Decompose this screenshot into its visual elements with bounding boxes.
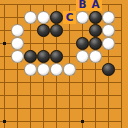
grid-line-vertical [4,4,5,128]
white-stone [11,50,24,63]
black-stone [50,11,63,24]
black-stone [50,24,63,37]
grid-line-vertical [121,4,122,128]
white-stone [50,63,63,76]
black-stone [76,37,89,50]
black-stone [24,50,37,63]
white-stone [37,63,50,76]
white-stone [102,37,115,50]
grid-line-vertical [17,4,18,128]
grid-line-horizontal [0,95,122,96]
white-stone [63,63,76,76]
white-stone [11,24,24,37]
white-stone [37,11,50,24]
black-stone [37,50,50,63]
black-stone [89,37,102,50]
grid-line-horizontal [0,4,122,5]
white-stone [102,24,115,37]
go-board[interactable]: ABC [0,0,128,128]
grid-line-horizontal [0,108,122,109]
white-stone [24,11,37,24]
move-label-c[interactable]: C [63,11,75,23]
black-stone [37,24,50,37]
white-stone [89,50,102,63]
black-stone [89,11,102,24]
grid-line-horizontal [0,82,122,83]
black-stone [89,24,102,37]
star-point [3,42,6,45]
star-point [81,120,84,123]
white-stone [24,63,37,76]
black-stone [50,50,63,63]
star-point [3,120,6,123]
white-stone [76,11,89,24]
white-stone [76,50,89,63]
white-stone [102,11,115,24]
go-board-screenshot: ABC [0,0,128,128]
grid-line-horizontal [0,121,122,122]
move-label-b[interactable]: B [76,0,88,11]
move-label-a[interactable]: A [89,0,101,11]
white-stone [11,37,24,50]
black-stone [102,63,115,76]
